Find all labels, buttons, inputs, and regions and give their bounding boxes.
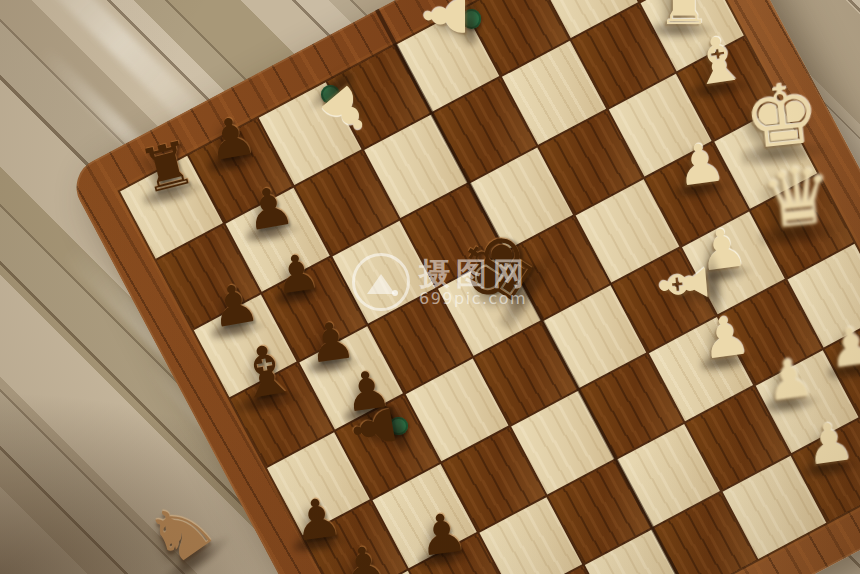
dark-king-fallen: ♚ <box>424 195 570 340</box>
white-pawn: ♟ <box>663 126 737 202</box>
white-pawn-fallen: ♟ <box>299 63 395 160</box>
white-queen: ♛ <box>744 143 850 252</box>
pieces-layer: ♜♟♟♟♟♟♝♟♟♟♟♟♚♞♟♟♜♝♚♛♟♟♝♟♟♟♟ <box>0 0 860 574</box>
white-pawn: ♟ <box>816 310 860 383</box>
dark-pawn: ♟ <box>231 169 307 247</box>
white-pawn: ♟ <box>688 299 762 375</box>
white-pawn-fallen: ♟ <box>411 0 481 50</box>
photo-scene: ♜♟♟♟♟♟♝♟♟♟♟♟♚♞♟♟♜♝♚♛♟♟♝♟♟♟♟ 摄图网 699pic.c… <box>0 0 860 574</box>
white-pawn: ♟ <box>752 341 826 417</box>
dark-pawn: ♟ <box>263 239 331 309</box>
tan-knight-fallen: ♞ <box>119 471 241 574</box>
dark-pawn: ♟ <box>193 99 269 177</box>
dark-bishop: ♝ <box>218 323 313 421</box>
dark-pawn: ♟ <box>405 496 479 572</box>
white-pawn: ♟ <box>792 405 860 481</box>
dark-pawn: ♟ <box>330 531 398 574</box>
dark-pawn-fallen: ♟ <box>335 390 413 466</box>
